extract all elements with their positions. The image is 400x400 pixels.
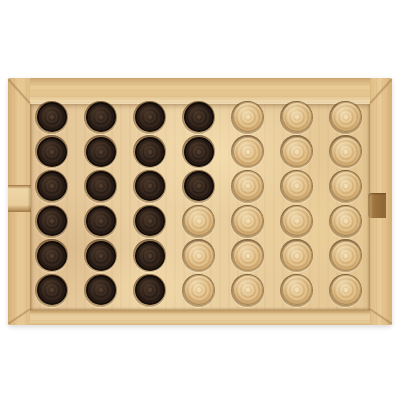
board-cell[interactable] [27,100,76,135]
disc-recess [329,274,362,307]
board-cell[interactable] [272,169,321,204]
dark-disc[interactable] [135,206,165,236]
board-cell[interactable] [272,204,321,239]
board-cell[interactable] [174,204,223,239]
light-disc[interactable] [331,275,361,305]
dark-disc[interactable] [135,171,165,201]
dark-disc[interactable] [86,137,116,167]
connect-four-board [8,78,392,325]
disc-recess [280,170,313,203]
disc-recess [182,101,215,134]
board-cell[interactable] [76,238,125,273]
disc-recess [231,239,264,272]
dark-disc[interactable] [37,171,67,201]
dark-disc[interactable] [37,102,67,132]
disc-recess [35,135,68,168]
board-cell[interactable] [125,135,174,170]
disc-recess [133,135,166,168]
disc-recess [329,101,362,134]
dark-disc[interactable] [37,206,67,236]
dark-disc[interactable] [184,137,214,167]
disc-recess [35,239,68,272]
disc-recess [280,135,313,168]
board-cell[interactable] [27,169,76,204]
board-cell[interactable] [223,135,272,170]
product-photo [0,0,400,400]
disc-recess [133,205,166,238]
disc-recess [182,205,215,238]
board-cell[interactable] [125,169,174,204]
light-disc[interactable] [331,137,361,167]
disc-recess [280,274,313,307]
board-cell[interactable] [125,238,174,273]
dark-disc[interactable] [86,102,116,132]
dark-disc[interactable] [135,241,165,271]
disc-recess [231,170,264,203]
disc-recess [182,239,215,272]
light-disc[interactable] [282,171,312,201]
board-cell[interactable] [321,135,370,170]
dark-disc[interactable] [86,206,116,236]
light-disc[interactable] [233,137,263,167]
disc-recess [329,135,362,168]
board-cell[interactable] [174,238,223,273]
latch-notch-right [368,193,386,218]
board-cell[interactable] [272,273,321,308]
board-cell[interactable] [223,169,272,204]
light-disc[interactable] [184,206,214,236]
light-disc[interactable] [233,102,263,132]
dark-disc[interactable] [86,171,116,201]
disc-recess [84,135,117,168]
board-cell[interactable] [321,238,370,273]
board-cell[interactable] [174,273,223,308]
board-cell[interactable] [27,135,76,170]
disc-recess [280,205,313,238]
board-cell[interactable] [223,238,272,273]
board-cell[interactable] [174,169,223,204]
disc-recess [182,170,215,203]
dark-disc[interactable] [37,137,67,167]
board-cell[interactable] [27,238,76,273]
board-cell[interactable] [125,204,174,239]
board-cell[interactable] [76,135,125,170]
light-disc[interactable] [282,206,312,236]
dark-disc[interactable] [135,137,165,167]
disc-recess [231,205,264,238]
dark-disc[interactable] [86,241,116,271]
board-cell[interactable] [76,204,125,239]
disc-recess [280,101,313,134]
disc-recess [133,239,166,272]
light-disc[interactable] [233,206,263,236]
disc-recess [231,274,264,307]
disc-recess [182,135,215,168]
disc-recess [133,101,166,134]
light-disc[interactable] [331,171,361,201]
disc-recess [329,239,362,272]
disc-recess [84,101,117,134]
board-cell[interactable] [321,273,370,308]
dark-disc[interactable] [184,102,214,132]
board-frame-bottom [8,310,392,325]
disc-recess [84,170,117,203]
light-disc[interactable] [233,241,263,271]
board-cell[interactable] [76,169,125,204]
disc-recess [35,205,68,238]
disc-recess [280,239,313,272]
board-cell[interactable] [27,204,76,239]
light-disc[interactable] [233,275,263,305]
light-disc[interactable] [282,241,312,271]
light-disc[interactable] [331,102,361,132]
board-cell[interactable] [321,204,370,239]
light-disc[interactable] [282,275,312,305]
board-cell[interactable] [272,238,321,273]
board-cell[interactable] [125,273,174,308]
board-cell[interactable] [125,100,174,135]
board-cell[interactable] [174,135,223,170]
board-cell[interactable] [272,100,321,135]
dark-disc[interactable] [37,275,67,305]
dark-disc[interactable] [86,275,116,305]
board-cell[interactable] [76,100,125,135]
disc-recess [133,274,166,307]
disc-recess [35,170,68,203]
disc-recess [231,135,264,168]
board-cell[interactable] [321,169,370,204]
dark-disc[interactable] [37,241,67,271]
disc-recess [84,239,117,272]
board-cell[interactable] [223,100,272,135]
light-disc[interactable] [184,275,214,305]
disc-recess [84,205,117,238]
disc-recess [35,274,68,307]
board-cell[interactable] [76,273,125,308]
dark-disc[interactable] [184,171,214,201]
board-cell[interactable] [223,273,272,308]
disc-recess [35,101,68,134]
disc-recess [231,101,264,134]
board-cell[interactable] [321,100,370,135]
board-cell[interactable] [272,135,321,170]
disc-recess [329,205,362,238]
light-disc[interactable] [282,137,312,167]
board-cell[interactable] [223,204,272,239]
board-cell[interactable] [174,100,223,135]
board-cell[interactable] [27,273,76,308]
disc-recess [133,170,166,203]
light-disc[interactable] [331,206,361,236]
dark-disc[interactable] [135,275,165,305]
dark-disc[interactable] [135,102,165,132]
disc-recess [182,274,215,307]
light-disc[interactable] [282,102,312,132]
disc-recess [84,274,117,307]
light-disc[interactable] [184,241,214,271]
disc-recess [329,170,362,203]
light-disc[interactable] [233,171,263,201]
disc-grid [27,100,370,308]
light-disc[interactable] [331,241,361,271]
